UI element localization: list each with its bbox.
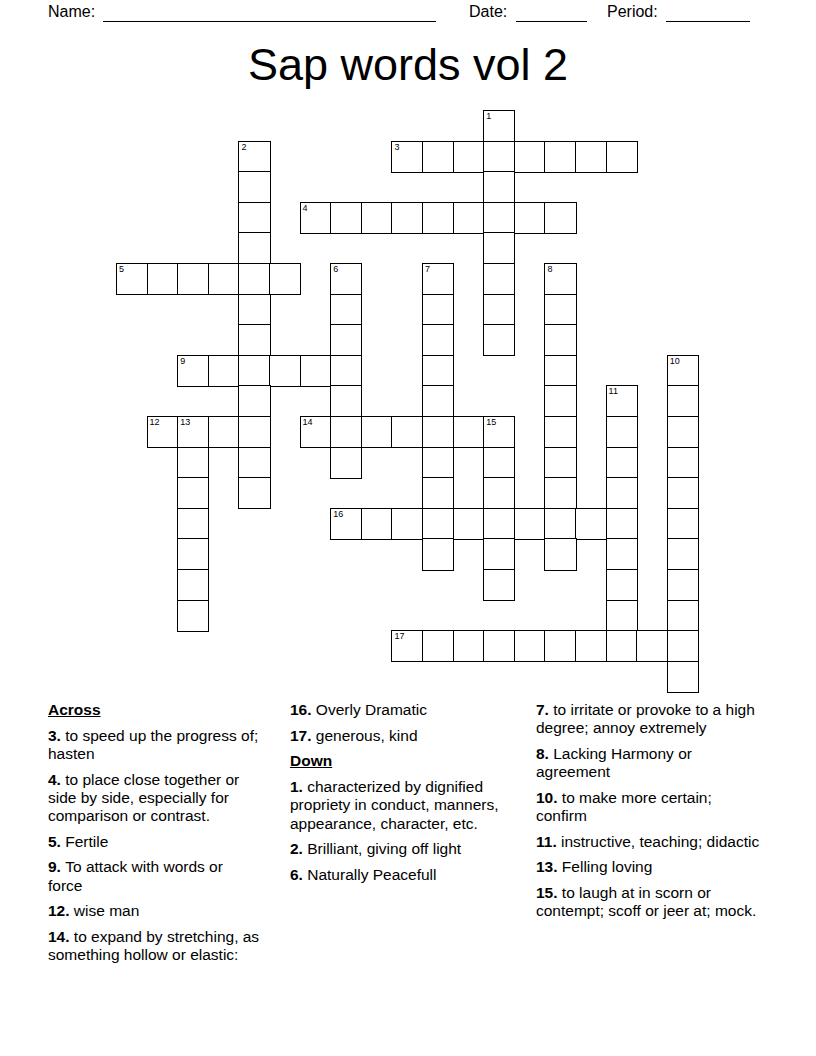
grid-cell-r6c12[interactable] (483, 294, 515, 326)
clue-number-9: 9 (180, 356, 185, 366)
grid-cell-r10c9[interactable] (391, 416, 423, 448)
grid-cell-r15c12[interactable] (483, 569, 515, 601)
clue-8: 8. Lacking Harmony or agreement (536, 745, 762, 781)
grid-cell-r11c7[interactable] (330, 447, 362, 479)
clue-1: 1. characterized by dignified propriety … (290, 778, 519, 833)
clue-number-1: 1 (486, 111, 491, 121)
grid-cell-r14c16[interactable] (606, 538, 638, 570)
clue-12: 12. wise man (48, 902, 261, 920)
clue-7: 7. to irritate or provoke to a high degr… (536, 701, 762, 737)
clue-4: 4. to place close together or side by si… (48, 771, 261, 826)
grid-cell-r11c18[interactable] (667, 447, 699, 479)
grid-cell-r12c16[interactable] (606, 477, 638, 509)
clue-5: 5. Fertile (48, 833, 261, 851)
grid-cell-r18c18[interactable] (667, 661, 699, 693)
grid-cell-r8c5[interactable] (269, 355, 301, 387)
clue-15: 15. to laugh at in scorn or contempt; sc… (536, 884, 762, 920)
grid-cell-r12c2[interactable] (177, 477, 209, 509)
clues-column-3: 7. to irritate or provoke to a high degr… (536, 701, 762, 928)
grid-cell-r13c12[interactable] (483, 508, 515, 540)
grid-cell-r1c15[interactable] (575, 141, 607, 173)
grid-cell-r17c14[interactable] (544, 630, 576, 662)
clue-1-number: 1. (290, 778, 307, 795)
clue-number-8: 8 (547, 264, 552, 274)
clue-number-10: 10 (670, 356, 680, 366)
grid-cell-r17c16[interactable] (606, 630, 638, 662)
grid-cell-r8c10[interactable] (422, 355, 454, 387)
grid-cell-r9c4[interactable] (238, 385, 270, 417)
grid-cell-r10c11[interactable] (453, 416, 485, 448)
grid-cell-r8c7[interactable] (330, 355, 362, 387)
grid-cell-r9c16[interactable]: 11 (606, 385, 638, 417)
grid-cell-r14c14[interactable] (544, 538, 576, 570)
grid-cell-r6c4[interactable] (238, 294, 270, 326)
grid-cell-r13c16[interactable] (606, 508, 638, 540)
grid-cell-r16c18[interactable] (667, 600, 699, 632)
grid-cell-r11c4[interactable] (238, 447, 270, 479)
clue-2-number: 2. (290, 840, 307, 857)
grid-cell-r0c12[interactable]: 1 (483, 110, 515, 142)
grid-cell-r10c18[interactable] (667, 416, 699, 448)
grid-cell-r3c12[interactable] (483, 202, 515, 234)
grid-cell-r10c14[interactable] (544, 416, 576, 448)
clue-8-number: 8. (536, 745, 553, 762)
grid-cell-r17c12[interactable] (483, 630, 515, 662)
grid-cell-r3c6[interactable]: 4 (300, 202, 332, 234)
grid-cell-r5c7[interactable]: 6 (330, 263, 362, 295)
grid-cell-r9c18[interactable] (667, 385, 699, 417)
grid-cell-r17c17[interactable] (636, 630, 668, 662)
grid-cell-r13c9[interactable] (391, 508, 423, 540)
clues-column-1: Across3. to speed up the progress of; ha… (48, 701, 261, 972)
grid-cell-r5c2[interactable] (177, 263, 209, 295)
grid-cell-r13c11[interactable] (453, 508, 485, 540)
clue-7-number: 7. (536, 701, 553, 718)
clue-number-4: 4 (303, 203, 308, 213)
grid-cell-r13c14[interactable] (544, 508, 576, 540)
grid-cell-r6c10[interactable] (422, 294, 454, 326)
clue-number-11: 11 (609, 386, 618, 396)
grid-cell-r1c16[interactable] (606, 141, 638, 173)
clue-number-3: 3 (394, 142, 399, 152)
grid-cell-r11c16[interactable] (606, 447, 638, 479)
clue-15-number: 15. (536, 884, 562, 901)
grid-cell-r17c9[interactable]: 17 (391, 630, 423, 662)
grid-cell-r6c14[interactable] (544, 294, 576, 326)
grid-cell-r10c8[interactable] (361, 416, 393, 448)
grid-cell-r10c10[interactable] (422, 416, 454, 448)
grid-cell-r14c18[interactable] (667, 538, 699, 570)
down-heading: Down (290, 752, 519, 770)
clues-column-2: 16. Overly Dramatic17. generous, kindDow… (290, 701, 519, 892)
clue-14: 14. to expand by stretching, as somethin… (48, 928, 261, 964)
grid-cell-r5c4[interactable] (238, 263, 270, 295)
grid-cell-r5c12[interactable] (483, 263, 515, 295)
grid-cell-r17c13[interactable] (514, 630, 546, 662)
grid-cell-r6c7[interactable] (330, 294, 362, 326)
grid-cell-r13c13[interactable] (514, 508, 546, 540)
grid-cell-r10c7[interactable] (330, 416, 362, 448)
clue-10-number: 10. (536, 789, 562, 806)
grid-cell-r8c6[interactable] (300, 355, 332, 387)
grid-cell-r16c16[interactable] (606, 600, 638, 632)
clue-9-number: 9. (48, 858, 65, 875)
grid-cell-r8c2[interactable]: 9 (177, 355, 209, 387)
grid-cell-r14c2[interactable] (177, 538, 209, 570)
grid-cell-r15c18[interactable] (667, 569, 699, 601)
clue-17-number: 17. (290, 727, 316, 744)
grid-cell-r10c12[interactable]: 15 (483, 416, 515, 448)
grid-cell-r7c12[interactable] (483, 324, 515, 356)
grid-cell-r17c15[interactable] (575, 630, 607, 662)
grid-cell-r13c15[interactable] (575, 508, 607, 540)
grid-cell-r10c2[interactable]: 13 (177, 416, 209, 448)
clue-number-5: 5 (119, 264, 124, 274)
grid-cell-r5c5[interactable] (269, 263, 301, 295)
grid-cell-r7c4[interactable] (238, 324, 270, 356)
clue-5-number: 5. (48, 833, 65, 850)
grid-cell-r11c14[interactable] (544, 447, 576, 479)
grid-cell-r4c12[interactable] (483, 232, 515, 264)
grid-cell-r3c7[interactable] (330, 202, 362, 234)
clue-11: 11. instructive, teaching; didactic (536, 833, 762, 851)
grid-cell-r2c12[interactable] (483, 171, 515, 203)
clue-4-number: 4. (48, 771, 65, 788)
clue-16: 16. Overly Dramatic (290, 701, 519, 719)
clue-12-number: 12. (48, 902, 74, 919)
clue-number-7: 7 (425, 264, 430, 274)
grid-cell-r10c4[interactable] (238, 416, 270, 448)
grid-cell-r3c8[interactable] (361, 202, 393, 234)
grid-cell-r8c3[interactable] (208, 355, 240, 387)
across-heading: Across (48, 701, 261, 719)
crossword-grid: 1234567891011121314151617 (0, 0, 816, 700)
clue-number-6: 6 (333, 264, 338, 274)
grid-cell-r2c4[interactable] (238, 171, 270, 203)
grid-cell-r12c12[interactable] (483, 477, 515, 509)
clue-11-number: 11. (536, 833, 561, 850)
clue-2: 2. Brilliant, giving off light (290, 840, 519, 858)
grid-cell-r11c12[interactable] (483, 447, 515, 479)
grid-cell-r9c14[interactable] (544, 385, 576, 417)
grid-cell-r12c14[interactable] (544, 477, 576, 509)
clue-number-2: 2 (241, 142, 246, 152)
grid-cell-r4c4[interactable] (238, 232, 270, 264)
clue-6: 6. Naturally Peacefull (290, 866, 519, 884)
grid-cell-r13c18[interactable] (667, 508, 699, 540)
grid-cell-r1c14[interactable] (544, 141, 576, 173)
clue-number-12: 12 (150, 417, 160, 427)
grid-cell-r1c12[interactable] (483, 141, 515, 173)
grid-cell-r8c14[interactable] (544, 355, 576, 387)
clue-13-number: 13. (536, 858, 562, 875)
clue-number-15: 15 (486, 417, 496, 427)
grid-cell-r11c2[interactable] (177, 447, 209, 479)
grid-cell-r13c7[interactable]: 16 (330, 508, 362, 540)
grid-cell-r1c11[interactable] (453, 141, 485, 173)
grid-cell-r3c10[interactable] (422, 202, 454, 234)
grid-cell-r5c14[interactable]: 8 (544, 263, 576, 295)
grid-cell-r13c10[interactable] (422, 508, 454, 540)
grid-cell-r17c10[interactable] (422, 630, 454, 662)
clue-13: 13. Felling loving (536, 858, 762, 876)
grid-cell-r1c10[interactable] (422, 141, 454, 173)
grid-cell-r3c11[interactable] (453, 202, 485, 234)
grid-cell-r7c7[interactable] (330, 324, 362, 356)
grid-cell-r10c6[interactable]: 14 (300, 416, 332, 448)
grid-cell-r3c14[interactable] (544, 202, 576, 234)
grid-cell-r10c1[interactable]: 12 (147, 416, 179, 448)
grid-cell-r1c13[interactable] (514, 141, 546, 173)
grid-cell-r13c8[interactable] (361, 508, 393, 540)
clue-number-17: 17 (394, 631, 404, 641)
clue-number-16: 16 (333, 509, 343, 519)
grid-cell-r17c11[interactable] (453, 630, 485, 662)
grid-cell-r10c3[interactable] (208, 416, 240, 448)
grid-cell-r3c4[interactable] (238, 202, 270, 234)
grid-cell-r12c18[interactable] (667, 477, 699, 509)
grid-cell-r9c10[interactable] (422, 385, 454, 417)
clue-number-14: 14 (303, 417, 313, 427)
grid-cell-r5c3[interactable] (208, 263, 240, 295)
grid-cell-r1c9[interactable]: 3 (391, 141, 423, 173)
grid-cell-r1c4[interactable]: 2 (238, 141, 270, 173)
grid-cell-r15c16[interactable] (606, 569, 638, 601)
grid-cell-r9c7[interactable] (330, 385, 362, 417)
grid-cell-r17c18[interactable] (667, 630, 699, 662)
clue-17: 17. generous, kind (290, 727, 519, 745)
grid-cell-r15c2[interactable] (177, 569, 209, 601)
grid-cell-r8c18[interactable]: 10 (667, 355, 699, 387)
clue-3: 3. to speed up the progress of; hasten (48, 727, 261, 763)
grid-cell-r14c10[interactable] (422, 538, 454, 570)
grid-cell-r5c0[interactable]: 5 (116, 263, 148, 295)
grid-cell-r7c10[interactable] (422, 324, 454, 356)
clue-number-13: 13 (180, 417, 190, 427)
clue-10: 10. to make more certain; confirm (536, 789, 762, 825)
grid-cell-r13c2[interactable] (177, 508, 209, 540)
grid-cell-r10c16[interactable] (606, 416, 638, 448)
grid-cell-r11c10[interactable] (422, 447, 454, 479)
grid-cell-r14c12[interactable] (483, 538, 515, 570)
clue-16-number: 16. (290, 701, 316, 718)
grid-cell-r5c10[interactable]: 7 (422, 263, 454, 295)
grid-cell-r12c4[interactable] (238, 477, 270, 509)
clue-3-number: 3. (48, 727, 65, 744)
clue-14-number: 14. (48, 928, 74, 945)
clue-6-number: 6. (290, 866, 307, 883)
grid-cell-r3c13[interactable] (514, 202, 546, 234)
clue-9: 9. To attack with words or force (48, 858, 261, 894)
grid-cell-r12c10[interactable] (422, 477, 454, 509)
grid-cell-r5c1[interactable] (147, 263, 179, 295)
grid-cell-r7c14[interactable] (544, 324, 576, 356)
grid-cell-r3c9[interactable] (391, 202, 423, 234)
grid-cell-r16c2[interactable] (177, 600, 209, 632)
grid-cell-r8c4[interactable] (238, 355, 270, 387)
